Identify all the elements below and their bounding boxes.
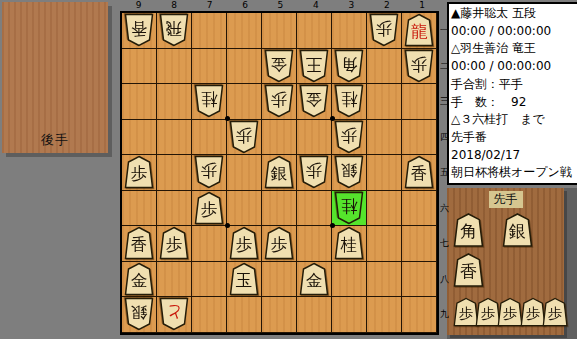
shogi-piece-歩[interactable]: 歩 xyxy=(264,226,294,260)
shogi-piece-歩[interactable]: 歩 xyxy=(299,155,329,189)
svg-text:歩: 歩 xyxy=(236,126,253,145)
shogi-piece-金[interactable]: 金 xyxy=(299,84,329,118)
svg-text:銀: 銀 xyxy=(340,161,358,180)
shogi-piece-金[interactable]: 金 xyxy=(299,262,329,296)
sente-player-name: ▲藤井聡太 五段 xyxy=(451,5,576,23)
shogi-piece-角[interactable]: 角 xyxy=(453,211,484,249)
square-4七[interactable] xyxy=(297,226,332,262)
svg-text:香: 香 xyxy=(131,19,148,38)
square-1七[interactable] xyxy=(402,226,437,262)
rank-label-7: 七 xyxy=(440,226,449,262)
svg-text:歩: 歩 xyxy=(548,305,562,321)
svg-text:香: 香 xyxy=(411,164,428,183)
hoshi-dot xyxy=(330,223,335,228)
move-count: 手 数： 92 xyxy=(451,94,576,112)
square-6四[interactable]: 歩 xyxy=(227,120,262,156)
svg-text:玉: 玉 xyxy=(236,271,253,290)
last-move-text: △３六桂打 まで xyxy=(451,111,576,129)
square-2九[interactable] xyxy=(367,297,402,333)
square-9九[interactable]: 銀 xyxy=(122,297,157,333)
square-6三[interactable] xyxy=(227,84,262,120)
svg-text:歩: 歩 xyxy=(411,55,428,74)
sente-hand-row: 歩歩歩歩歩 xyxy=(453,293,564,331)
square-3一[interactable] xyxy=(332,13,367,49)
shogi-piece-歩[interactable]: 歩 xyxy=(369,13,399,47)
square-8一[interactable]: 飛 xyxy=(157,13,192,49)
svg-text:歩: 歩 xyxy=(376,19,393,38)
svg-text:歩: 歩 xyxy=(201,200,218,219)
side-to-move: 先手番 xyxy=(451,129,576,147)
square-6五[interactable] xyxy=(227,155,262,191)
shogi-piece-桂[interactable]: 桂 xyxy=(194,84,224,118)
square-7八[interactable] xyxy=(192,262,227,298)
file-label-9: 9 xyxy=(121,0,156,11)
square-9一[interactable]: 香 xyxy=(122,13,157,49)
shogi-piece-歩[interactable]: 歩 xyxy=(404,49,434,83)
square-9三[interactable] xyxy=(122,84,157,120)
rank-label-6: 六 xyxy=(440,191,449,227)
svg-text:金: 金 xyxy=(131,271,148,290)
square-5八[interactable] xyxy=(262,262,297,298)
square-3三[interactable]: 桂 xyxy=(332,84,367,120)
square-8三[interactable] xyxy=(157,84,192,120)
file-label-1: 1 xyxy=(405,0,440,11)
shogi-piece-角[interactable]: 角 xyxy=(334,49,364,83)
rank-label-9: 九 xyxy=(440,297,449,333)
shogi-piece-歩[interactable]: 歩 xyxy=(229,120,259,154)
svg-text:歩: 歩 xyxy=(166,235,183,254)
gote-tray-label: 後手 xyxy=(2,131,108,149)
sente-clock: 00:00 / 00:00:00 xyxy=(451,23,576,41)
square-9七[interactable]: 香 xyxy=(122,226,157,262)
square-3九[interactable] xyxy=(332,297,367,333)
svg-text:歩: 歩 xyxy=(271,90,288,109)
square-5九[interactable] xyxy=(262,297,297,333)
shogi-piece-桂[interactable]: 桂 xyxy=(334,84,364,118)
square-5六[interactable] xyxy=(262,191,297,227)
shogi-piece-香[interactable]: 香 xyxy=(404,155,434,189)
square-3四[interactable]: 歩 xyxy=(332,120,367,156)
square-9六[interactable] xyxy=(122,191,157,227)
square-8二[interactable] xyxy=(157,49,192,85)
square-2四[interactable] xyxy=(367,120,402,156)
shogi-piece-銀[interactable]: 銀 xyxy=(334,155,364,189)
svg-text:と: と xyxy=(166,303,183,322)
rank-label-8: 八 xyxy=(440,262,449,298)
square-4八[interactable]: 金 xyxy=(297,262,332,298)
shogi-piece-歩[interactable]: 歩 xyxy=(159,226,189,260)
shogi-piece-金[interactable]: 金 xyxy=(124,262,154,296)
file-label-8: 8 xyxy=(156,0,191,11)
square-6二[interactable] xyxy=(227,49,262,85)
svg-text:歩: 歩 xyxy=(526,305,540,321)
svg-text:金: 金 xyxy=(306,90,323,109)
square-4九[interactable] xyxy=(297,297,332,333)
svg-text:銀: 銀 xyxy=(508,221,526,241)
gote-player-name: △羽生善治 竜王 xyxy=(451,40,576,58)
square-2七[interactable] xyxy=(367,226,402,262)
square-6六[interactable] xyxy=(227,191,262,227)
file-label-5: 5 xyxy=(263,0,298,11)
square-5一[interactable] xyxy=(262,13,297,49)
file-label-3: 3 xyxy=(334,0,369,11)
square-3五[interactable]: 銀 xyxy=(332,155,367,191)
svg-text:桂: 桂 xyxy=(201,90,219,109)
gote-clock: 00:00 / 00:00:00 xyxy=(451,58,576,76)
svg-text:金: 金 xyxy=(271,55,288,74)
shogi-piece-銀[interactable]: 銀 xyxy=(264,155,294,189)
square-8五[interactable] xyxy=(157,155,192,191)
square-8四[interactable] xyxy=(157,120,192,156)
shogi-piece-歩[interactable]: 歩 xyxy=(229,226,259,260)
shogi-piece-歩[interactable]: 歩 xyxy=(124,155,154,189)
square-4五[interactable]: 歩 xyxy=(297,155,332,191)
board-grid: 香飛歩龍金王角歩桂歩金桂歩歩歩歩銀歩銀香歩桂香歩歩歩桂金玉金銀と xyxy=(120,11,439,335)
svg-text:飛: 飛 xyxy=(166,19,183,38)
square-2八[interactable] xyxy=(367,262,402,298)
square-5二[interactable]: 金 xyxy=(262,49,297,85)
svg-text:歩: 歩 xyxy=(236,235,253,254)
svg-text:桂: 桂 xyxy=(341,197,359,216)
file-label-4: 4 xyxy=(298,0,333,11)
shogi-piece-桂[interactable]: 桂 xyxy=(334,191,364,225)
square-9八[interactable]: 金 xyxy=(122,262,157,298)
square-9二[interactable] xyxy=(122,49,157,85)
file-label-2: 2 xyxy=(369,0,404,11)
svg-text:歩: 歩 xyxy=(271,235,288,254)
shogi-piece-金[interactable]: 金 xyxy=(264,49,294,83)
sente-tray-area: 先手 角銀香歩歩歩歩歩 xyxy=(447,188,577,339)
square-7五[interactable]: 歩 xyxy=(192,155,227,191)
square-1五[interactable]: 香 xyxy=(402,155,437,191)
square-1二[interactable]: 歩 xyxy=(402,49,437,85)
tournament-name: 朝日杯将棋オープン戦 xyxy=(451,164,576,182)
svg-text:龍: 龍 xyxy=(411,22,428,41)
svg-text:歩: 歩 xyxy=(201,161,218,180)
square-3七[interactable]: 桂 xyxy=(332,226,367,262)
square-7七[interactable] xyxy=(192,226,227,262)
square-7一[interactable] xyxy=(192,13,227,49)
hoshi-dot xyxy=(225,223,230,228)
square-2三[interactable] xyxy=(367,84,402,120)
sente-captured-tray: 先手 角銀香歩歩歩歩歩 xyxy=(447,188,564,335)
hoshi-dot xyxy=(330,116,335,121)
gote-captured-tray: 後手 xyxy=(2,2,108,153)
svg-text:歩: 歩 xyxy=(481,305,495,321)
square-9五[interactable]: 歩 xyxy=(122,155,157,191)
shogi-board: 香飛歩龍金王角歩桂歩金桂歩歩歩歩銀歩銀香歩桂香歩歩歩桂金玉金銀と xyxy=(120,11,439,335)
svg-text:歩: 歩 xyxy=(131,164,148,183)
svg-text:歩: 歩 xyxy=(341,126,358,145)
square-2六[interactable] xyxy=(367,191,402,227)
square-8六[interactable] xyxy=(157,191,192,227)
shogi-piece-銀[interactable]: 銀 xyxy=(124,297,154,331)
square-8九[interactable]: と xyxy=(157,297,192,333)
svg-text:歩: 歩 xyxy=(459,305,473,321)
shogi-piece-龍[interactable]: 龍 xyxy=(404,13,434,47)
square-2一[interactable]: 歩 xyxy=(367,13,402,49)
shogi-piece-歩[interactable]: 歩 xyxy=(264,84,294,118)
svg-text:王: 王 xyxy=(305,55,322,74)
sente-hand-row: 角銀 xyxy=(453,211,564,249)
square-8八[interactable] xyxy=(157,262,192,298)
shogi-piece-飛[interactable]: 飛 xyxy=(159,13,189,47)
game-info-panel: ▲藤井聡太 五段 00:00 / 00:00:00 △羽生善治 竜王 00:00… xyxy=(447,2,577,185)
shogi-piece-桂[interactable]: 桂 xyxy=(334,226,364,260)
svg-text:歩: 歩 xyxy=(503,305,517,321)
square-5三[interactable]: 歩 xyxy=(262,84,297,120)
handicap-label: 手合割：平手 xyxy=(451,76,576,94)
sente-hand-row: 香 xyxy=(453,251,564,289)
shogi-piece-香[interactable]: 香 xyxy=(124,226,154,260)
shogi-piece-歩[interactable]: 歩 xyxy=(542,293,568,331)
square-6八[interactable]: 玉 xyxy=(227,262,262,298)
svg-text:銀: 銀 xyxy=(130,303,148,322)
square-1八[interactable] xyxy=(402,262,437,298)
shogi-piece-歩[interactable]: 歩 xyxy=(334,120,364,154)
hoshi-dot xyxy=(225,116,230,121)
square-3二[interactable]: 角 xyxy=(332,49,367,85)
svg-text:金: 金 xyxy=(306,271,323,290)
shogi-piece-香[interactable]: 香 xyxy=(124,13,154,47)
square-7九[interactable] xyxy=(192,297,227,333)
square-4二[interactable]: 王 xyxy=(297,49,332,85)
svg-text:角: 角 xyxy=(341,55,359,74)
square-2五[interactable] xyxy=(367,155,402,191)
file-coordinate-labels: 987654321 xyxy=(121,0,440,11)
square-6七[interactable]: 歩 xyxy=(227,226,262,262)
svg-text:銀: 銀 xyxy=(270,164,288,183)
square-4六[interactable] xyxy=(297,191,332,227)
svg-text:角: 角 xyxy=(460,221,477,241)
svg-text:香: 香 xyxy=(460,261,477,281)
square-7二[interactable] xyxy=(192,49,227,85)
shogi-piece-王[interactable]: 王 xyxy=(299,49,329,83)
square-8七[interactable]: 歩 xyxy=(157,226,192,262)
square-5七[interactable]: 歩 xyxy=(262,226,297,262)
square-1四[interactable] xyxy=(402,120,437,156)
square-9四[interactable] xyxy=(122,120,157,156)
square-7六[interactable]: 歩 xyxy=(192,191,227,227)
square-1九[interactable] xyxy=(402,297,437,333)
shogi-piece-歩[interactable]: 歩 xyxy=(194,155,224,189)
shogi-piece-歩[interactable]: 歩 xyxy=(194,191,224,225)
shogi-piece-香[interactable]: 香 xyxy=(453,251,484,289)
svg-text:香: 香 xyxy=(131,235,148,254)
file-label-6: 6 xyxy=(227,0,262,11)
svg-text:歩: 歩 xyxy=(306,161,323,180)
shogi-piece-と[interactable]: と xyxy=(159,297,189,331)
square-3八[interactable] xyxy=(332,262,367,298)
square-1六[interactable] xyxy=(402,191,437,227)
square-3六[interactable]: 桂 xyxy=(332,191,367,227)
file-label-7: 7 xyxy=(192,0,227,11)
square-6九[interactable] xyxy=(227,297,262,333)
svg-text:桂: 桂 xyxy=(341,90,359,109)
shogi-piece-玉[interactable]: 玉 xyxy=(229,262,259,296)
sente-tray-label: 先手 xyxy=(489,191,523,208)
square-7四[interactable] xyxy=(192,120,227,156)
square-4四[interactable] xyxy=(297,120,332,156)
square-1一[interactable]: 龍 xyxy=(402,13,437,49)
svg-text:桂: 桂 xyxy=(340,235,358,254)
square-1三[interactable] xyxy=(402,84,437,120)
square-6一[interactable] xyxy=(227,13,262,49)
square-2二[interactable] xyxy=(367,49,402,85)
square-5五[interactable]: 銀 xyxy=(262,155,297,191)
square-4一[interactable] xyxy=(297,13,332,49)
square-4三[interactable]: 金 xyxy=(297,84,332,120)
shogi-piece-銀[interactable]: 銀 xyxy=(502,211,533,249)
square-5四[interactable] xyxy=(262,120,297,156)
square-7三[interactable]: 桂 xyxy=(192,84,227,120)
game-date: 2018/02/17 xyxy=(451,147,576,165)
